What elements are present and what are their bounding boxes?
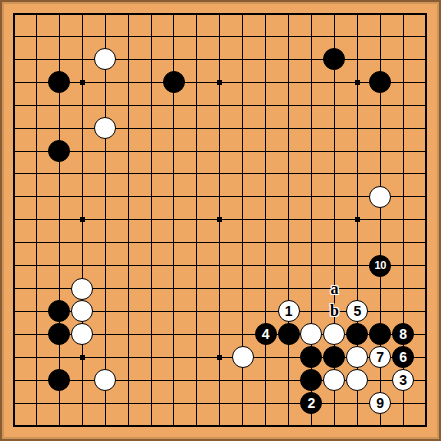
star-point — [80, 355, 85, 360]
move-number: 10 — [375, 260, 386, 271]
star-point — [80, 217, 85, 222]
move-number: 2 — [308, 396, 316, 410]
white-stone — [232, 346, 254, 368]
move-number: 8 — [399, 327, 407, 341]
move-number: 6 — [399, 350, 407, 364]
go-board: 12345678910ab — [0, 0, 441, 441]
grid-line — [14, 242, 427, 243]
star-point — [80, 80, 85, 85]
black-stone: 10 — [369, 255, 391, 277]
letter-label-a: a — [323, 278, 345, 300]
move-number: 3 — [399, 373, 407, 387]
move-number: 4 — [262, 327, 270, 341]
move-number: 5 — [353, 304, 361, 318]
star-point — [355, 80, 360, 85]
star-point — [355, 217, 360, 222]
star-point — [217, 217, 222, 222]
move-number: 7 — [376, 350, 384, 364]
star-point — [217, 355, 222, 360]
grid-line — [14, 265, 427, 266]
black-stone: 4 — [255, 323, 277, 345]
grid-line — [288, 14, 289, 427]
grid-line — [265, 14, 266, 427]
letter-label-b: b — [323, 300, 345, 322]
move-number: 1 — [285, 304, 293, 318]
white-stone: 1 — [278, 300, 300, 322]
move-number: 9 — [376, 396, 384, 410]
star-point — [217, 80, 222, 85]
white-stone — [369, 186, 391, 208]
grid-line — [14, 403, 427, 404]
white-stone — [71, 278, 93, 300]
black-stone — [278, 323, 300, 345]
